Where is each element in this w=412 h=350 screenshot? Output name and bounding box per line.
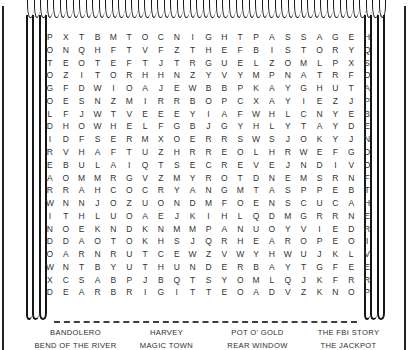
grid-cell[interactable]: B bbox=[105, 273, 121, 286]
grid-cell[interactable]: L bbox=[264, 120, 280, 133]
grid-cell[interactable]: T bbox=[105, 235, 121, 248]
grid-cell[interactable]: E bbox=[248, 235, 264, 248]
grid-cell[interactable]: O bbox=[312, 44, 328, 57]
grid-cell[interactable]: R bbox=[327, 44, 343, 57]
grid-cell[interactable]: T bbox=[137, 248, 153, 261]
grid-cell[interactable]: S bbox=[280, 184, 296, 197]
grid-cell[interactable]: L bbox=[90, 210, 106, 223]
grid-cell[interactable]: R bbox=[327, 171, 343, 184]
grid-cell[interactable]: O bbox=[105, 197, 121, 210]
grid-cell[interactable]: A bbox=[137, 82, 153, 95]
grid-cell[interactable]: O bbox=[42, 69, 58, 82]
grid-cell[interactable]: H bbox=[169, 146, 185, 159]
grid-cell[interactable]: M bbox=[121, 95, 137, 108]
grid-cell[interactable]: R bbox=[153, 184, 169, 197]
grid-cell[interactable]: V bbox=[137, 44, 153, 57]
grid-cell[interactable]: R bbox=[327, 210, 343, 223]
grid-cell[interactable]: A bbox=[312, 31, 328, 44]
grid-cell[interactable]: F bbox=[232, 44, 248, 57]
grid-cell[interactable]: D bbox=[185, 197, 201, 210]
grid-cell[interactable]: E bbox=[327, 222, 343, 235]
grid-cell[interactable]: T bbox=[232, 171, 248, 184]
grid-cell[interactable]: I bbox=[185, 31, 201, 44]
grid-cell[interactable]: A bbox=[105, 159, 121, 172]
grid-cell[interactable]: I bbox=[312, 222, 328, 235]
grid-cell[interactable]: H bbox=[90, 184, 106, 197]
grid-cell[interactable]: H bbox=[201, 44, 217, 57]
grid-cell[interactable]: G bbox=[296, 210, 312, 223]
grid-cell[interactable]: E bbox=[343, 31, 359, 44]
grid-cell[interactable]: U bbox=[121, 248, 137, 261]
grid-cell[interactable]: S bbox=[296, 31, 312, 44]
grid-cell[interactable]: A bbox=[74, 286, 90, 299]
grid-cell[interactable]: T bbox=[312, 69, 328, 82]
grid-cell[interactable]: P bbox=[201, 222, 217, 235]
grid-cell[interactable]: F bbox=[327, 146, 343, 159]
grid-cell[interactable]: R bbox=[42, 184, 58, 197]
grid-cell[interactable]: U bbox=[312, 197, 328, 210]
grid-cell[interactable]: O bbox=[296, 133, 312, 146]
grid-cell[interactable]: T bbox=[153, 159, 169, 172]
grid-cell[interactable]: S bbox=[359, 57, 375, 70]
grid-cell[interactable]: Y bbox=[327, 108, 343, 121]
grid-cell[interactable]: H bbox=[216, 31, 232, 44]
grid-cell[interactable]: A bbox=[216, 108, 232, 121]
grid-cell[interactable]: X bbox=[248, 95, 264, 108]
grid-cell[interactable]: W bbox=[90, 108, 106, 121]
grid-cell[interactable]: Z bbox=[296, 286, 312, 299]
grid-cell[interactable]: N bbox=[201, 184, 217, 197]
grid-cell[interactable]: D bbox=[42, 286, 58, 299]
grid-cell[interactable]: R bbox=[121, 133, 137, 146]
grid-cell[interactable]: W bbox=[248, 133, 264, 146]
grid-cell[interactable]: X bbox=[343, 57, 359, 70]
grid-cell[interactable]: T bbox=[169, 57, 185, 70]
grid-cell[interactable]: R bbox=[216, 159, 232, 172]
grid-cell[interactable]: D bbox=[343, 222, 359, 235]
grid-cell[interactable]: C bbox=[201, 159, 217, 172]
grid-cell[interactable]: H bbox=[248, 120, 264, 133]
grid-cell[interactable]: R bbox=[280, 235, 296, 248]
grid-cell[interactable]: D bbox=[264, 286, 280, 299]
grid-cell[interactable]: R bbox=[201, 133, 217, 146]
grid-cell[interactable]: J bbox=[185, 235, 201, 248]
grid-cell[interactable]: Y bbox=[280, 261, 296, 274]
grid-cell[interactable]: Q bbox=[280, 273, 296, 286]
grid-cell[interactable]: G bbox=[153, 286, 169, 299]
grid-cell[interactable]: D bbox=[74, 82, 90, 95]
grid-cell[interactable]: P bbox=[248, 31, 264, 44]
grid-cell[interactable]: N bbox=[58, 197, 74, 210]
grid-cell[interactable]: Y bbox=[185, 171, 201, 184]
grid-cell[interactable]: G bbox=[216, 184, 232, 197]
grid-cell[interactable]: A bbox=[216, 222, 232, 235]
grid-cell[interactable]: N bbox=[42, 222, 58, 235]
grid-cell[interactable]: F bbox=[343, 69, 359, 82]
grid-cell[interactable]: T bbox=[185, 273, 201, 286]
grid-cell[interactable]: R bbox=[343, 273, 359, 286]
grid-cell[interactable]: G bbox=[343, 146, 359, 159]
grid-cell[interactable]: D bbox=[42, 235, 58, 248]
grid-cell[interactable]: D bbox=[121, 222, 137, 235]
grid-cell[interactable]: T bbox=[201, 286, 217, 299]
grid-cell[interactable]: M bbox=[201, 197, 217, 210]
grid-cell[interactable]: Y bbox=[327, 133, 343, 146]
grid-cell[interactable]: E bbox=[42, 159, 58, 172]
grid-cell[interactable]: U bbox=[105, 210, 121, 223]
grid-cell[interactable]: Z bbox=[105, 95, 121, 108]
grid-cell[interactable]: S bbox=[264, 133, 280, 146]
grid-cell[interactable]: C bbox=[153, 31, 169, 44]
grid-cell[interactable]: A bbox=[264, 261, 280, 274]
grid-cell[interactable]: U bbox=[216, 57, 232, 70]
grid-cell[interactable]: O bbox=[280, 57, 296, 70]
grid-cell[interactable]: V bbox=[343, 159, 359, 172]
grid-cell[interactable]: P bbox=[42, 31, 58, 44]
grid-cell[interactable]: M bbox=[169, 171, 185, 184]
grid-cell[interactable]: O bbox=[58, 222, 74, 235]
grid-cell[interactable]: X bbox=[58, 31, 74, 44]
grid-cell[interactable]: K bbox=[90, 222, 106, 235]
grid-cell[interactable]: N bbox=[343, 210, 359, 223]
grid-cell[interactable]: T bbox=[343, 82, 359, 95]
grid-cell[interactable]: M bbox=[248, 273, 264, 286]
grid-cell[interactable]: R bbox=[201, 146, 217, 159]
grid-cell[interactable]: W bbox=[296, 146, 312, 159]
grid-cell[interactable]: M bbox=[105, 31, 121, 44]
grid-cell[interactable]: Q bbox=[248, 210, 264, 223]
grid-cell[interactable]: O bbox=[121, 184, 137, 197]
grid-cell[interactable]: A bbox=[264, 31, 280, 44]
grid-cell[interactable]: B bbox=[185, 95, 201, 108]
grid-cell[interactable]: B bbox=[90, 261, 106, 274]
grid-cell[interactable]: A bbox=[359, 82, 375, 95]
grid-cell[interactable]: P bbox=[312, 235, 328, 248]
grid-cell[interactable]: S bbox=[232, 133, 248, 146]
grid-cell[interactable]: L bbox=[280, 108, 296, 121]
grid-cell[interactable]: R bbox=[312, 210, 328, 223]
grid-cell[interactable]: E bbox=[121, 120, 137, 133]
grid-cell[interactable]: I bbox=[121, 159, 137, 172]
grid-cell[interactable]: P bbox=[359, 95, 375, 108]
grid-cell[interactable]: A bbox=[312, 120, 328, 133]
grid-cell[interactable]: S bbox=[90, 133, 106, 146]
grid-cell[interactable]: T bbox=[359, 184, 375, 197]
grid-cell[interactable]: Z bbox=[153, 171, 169, 184]
grid-cell[interactable]: M bbox=[280, 210, 296, 223]
grid-cell[interactable]: A bbox=[137, 210, 153, 223]
grid-cell[interactable]: Z bbox=[58, 69, 74, 82]
grid-cell[interactable]: H bbox=[359, 31, 375, 44]
grid-cell[interactable]: E bbox=[137, 108, 153, 121]
grid-cell[interactable]: M bbox=[248, 69, 264, 82]
grid-cell[interactable]: H bbox=[312, 82, 328, 95]
grid-cell[interactable]: J bbox=[153, 82, 169, 95]
grid-cell[interactable]: M bbox=[90, 171, 106, 184]
grid-cell[interactable]: W bbox=[42, 261, 58, 274]
grid-cell[interactable]: U bbox=[248, 222, 264, 235]
grid-cell[interactable]: E bbox=[359, 120, 375, 133]
grid-cell[interactable]: M bbox=[137, 133, 153, 146]
grid-cell[interactable]: E bbox=[264, 159, 280, 172]
grid-cell[interactable]: Z bbox=[121, 197, 137, 210]
grid-cell[interactable]: L bbox=[90, 159, 106, 172]
grid-cell[interactable]: N bbox=[74, 197, 90, 210]
grid-cell[interactable]: H bbox=[105, 120, 121, 133]
grid-cell[interactable]: A bbox=[74, 184, 90, 197]
grid-cell[interactable]: L bbox=[232, 210, 248, 223]
grid-cell[interactable]: Z bbox=[201, 248, 217, 261]
grid-cell[interactable]: A bbox=[343, 197, 359, 210]
grid-cell[interactable]: K bbox=[312, 133, 328, 146]
grid-cell[interactable]: E bbox=[248, 197, 264, 210]
grid-cell[interactable]: G bbox=[216, 120, 232, 133]
grid-cell[interactable]: D bbox=[42, 120, 58, 133]
grid-cell[interactable]: R bbox=[185, 57, 201, 70]
grid-cell[interactable]: Y bbox=[201, 69, 217, 82]
grid-cell[interactable]: T bbox=[232, 31, 248, 44]
grid-cell[interactable]: P bbox=[312, 184, 328, 197]
grid-cell[interactable]: P bbox=[327, 57, 343, 70]
grid-cell[interactable]: Y bbox=[280, 95, 296, 108]
grid-cell[interactable]: E bbox=[216, 286, 232, 299]
grid-cell[interactable]: T bbox=[105, 108, 121, 121]
grid-cell[interactable]: O bbox=[169, 133, 185, 146]
grid-cell[interactable]: O bbox=[121, 210, 137, 223]
grid-cell[interactable]: J bbox=[90, 197, 106, 210]
grid-cell[interactable]: E bbox=[105, 57, 121, 70]
grid-cell[interactable]: E bbox=[216, 261, 232, 274]
grid-cell[interactable]: T bbox=[137, 261, 153, 274]
grid-cell[interactable]: A bbox=[264, 95, 280, 108]
grid-cell[interactable]: K bbox=[185, 210, 201, 223]
grid-cell[interactable]: R bbox=[90, 286, 106, 299]
grid-cell[interactable]: I bbox=[105, 82, 121, 95]
grid-cell[interactable]: T bbox=[296, 120, 312, 133]
grid-cell[interactable]: B bbox=[201, 82, 217, 95]
grid-cell[interactable]: Q bbox=[201, 235, 217, 248]
grid-cell[interactable]: N bbox=[105, 222, 121, 235]
grid-cell[interactable]: N bbox=[343, 171, 359, 184]
grid-cell[interactable]: N bbox=[58, 44, 74, 57]
grid-cell[interactable]: G bbox=[296, 82, 312, 95]
grid-cell[interactable]: U bbox=[121, 261, 137, 274]
grid-cell[interactable]: M bbox=[74, 171, 90, 184]
grid-cell[interactable]: N bbox=[169, 69, 185, 82]
grid-cell[interactable]: B bbox=[248, 44, 264, 57]
grid-cell[interactable]: B bbox=[185, 120, 201, 133]
grid-cell[interactable]: N bbox=[296, 159, 312, 172]
grid-cell[interactable]: W bbox=[248, 108, 264, 121]
grid-cell[interactable]: F bbox=[232, 108, 248, 121]
grid-cell[interactable]: D bbox=[248, 171, 264, 184]
grid-cell[interactable]: L bbox=[137, 120, 153, 133]
grid-cell[interactable]: G bbox=[201, 31, 217, 44]
grid-cell[interactable]: V bbox=[359, 248, 375, 261]
grid-cell[interactable]: R bbox=[359, 273, 375, 286]
grid-cell[interactable]: E bbox=[312, 146, 328, 159]
grid-cell[interactable]: W bbox=[42, 197, 58, 210]
grid-cell[interactable]: E bbox=[359, 210, 375, 223]
grid-cell[interactable]: J bbox=[343, 95, 359, 108]
grid-cell[interactable]: I bbox=[74, 69, 90, 82]
grid-cell[interactable]: I bbox=[359, 235, 375, 248]
grid-cell[interactable]: U bbox=[137, 146, 153, 159]
grid-cell[interactable]: J bbox=[280, 133, 296, 146]
grid-cell[interactable]: I bbox=[42, 210, 58, 223]
grid-cell[interactable]: P bbox=[264, 69, 280, 82]
grid-cell[interactable]: E bbox=[169, 248, 185, 261]
grid-cell[interactable]: N bbox=[153, 222, 169, 235]
grid-cell[interactable]: K bbox=[137, 235, 153, 248]
grid-cell[interactable]: Y bbox=[327, 120, 343, 133]
grid-cell[interactable]: F bbox=[58, 108, 74, 121]
grid-cell[interactable]: O bbox=[121, 235, 137, 248]
grid-cell[interactable]: Z bbox=[327, 95, 343, 108]
grid-cell[interactable]: J bbox=[201, 120, 217, 133]
grid-cell[interactable]: E bbox=[312, 95, 328, 108]
grid-cell[interactable]: F bbox=[58, 82, 74, 95]
grid-cell[interactable]: L bbox=[248, 57, 264, 70]
grid-cell[interactable]: X bbox=[153, 133, 169, 146]
grid-cell[interactable]: U bbox=[169, 261, 185, 274]
grid-cell[interactable]: B bbox=[90, 31, 106, 44]
grid-cell[interactable]: Y bbox=[169, 184, 185, 197]
grid-cell[interactable]: E bbox=[185, 159, 201, 172]
grid-cell[interactable]: S bbox=[74, 273, 90, 286]
grid-cell[interactable]: P bbox=[296, 184, 312, 197]
grid-cell[interactable]: N bbox=[169, 31, 185, 44]
grid-cell[interactable]: I bbox=[169, 286, 185, 299]
grid-cell[interactable]: E bbox=[232, 57, 248, 70]
grid-cell[interactable]: O bbox=[137, 31, 153, 44]
grid-cell[interactable]: T bbox=[74, 31, 90, 44]
grid-cell[interactable]: Q bbox=[359, 44, 375, 57]
grid-cell[interactable]: I bbox=[137, 286, 153, 299]
grid-cell[interactable]: Q bbox=[137, 159, 153, 172]
grid-cell[interactable]: X bbox=[42, 273, 58, 286]
grid-cell[interactable]: M bbox=[296, 171, 312, 184]
grid-cell[interactable]: N bbox=[185, 261, 201, 274]
grid-cell[interactable]: O bbox=[58, 171, 74, 184]
grid-cell[interactable]: O bbox=[90, 235, 106, 248]
grid-cell[interactable]: J bbox=[296, 273, 312, 286]
grid-cell[interactable]: H bbox=[264, 108, 280, 121]
grid-cell[interactable]: E bbox=[327, 184, 343, 197]
grid-cell[interactable]: N bbox=[169, 197, 185, 210]
grid-cell[interactable]: S bbox=[169, 235, 185, 248]
grid-cell[interactable]: R bbox=[169, 95, 185, 108]
grid-cell[interactable]: P bbox=[216, 95, 232, 108]
grid-cell[interactable]: E bbox=[58, 286, 74, 299]
grid-cell[interactable]: A bbox=[90, 273, 106, 286]
grid-cell[interactable]: T bbox=[58, 210, 74, 223]
grid-cell[interactable]: F bbox=[121, 57, 137, 70]
grid-cell[interactable]: E bbox=[359, 261, 375, 274]
grid-cell[interactable]: T bbox=[296, 44, 312, 57]
grid-cell[interactable]: T bbox=[74, 261, 90, 274]
grid-cell[interactable]: I bbox=[137, 95, 153, 108]
grid-cell[interactable]: C bbox=[327, 197, 343, 210]
grid-cell[interactable]: T bbox=[42, 57, 58, 70]
grid-cell[interactable]: L bbox=[312, 57, 328, 70]
grid-cell[interactable]: U bbox=[296, 248, 312, 261]
grid-cell[interactable]: I bbox=[42, 133, 58, 146]
grid-cell[interactable]: N bbox=[359, 133, 375, 146]
grid-cell[interactable]: R bbox=[121, 286, 137, 299]
grid-cell[interactable]: T bbox=[137, 57, 153, 70]
grid-cell[interactable]: R bbox=[121, 69, 137, 82]
grid-cell[interactable]: H bbox=[264, 146, 280, 159]
grid-cell[interactable]: M bbox=[169, 222, 185, 235]
grid-cell[interactable]: F bbox=[105, 146, 121, 159]
grid-cell[interactable]: A bbox=[58, 248, 74, 261]
grid-cell[interactable]: A bbox=[74, 235, 90, 248]
grid-cell[interactable]: C bbox=[105, 184, 121, 197]
grid-cell[interactable]: T bbox=[296, 261, 312, 274]
grid-cell[interactable]: C bbox=[296, 108, 312, 121]
grid-cell[interactable]: P bbox=[121, 273, 137, 286]
grid-cell[interactable]: H bbox=[137, 69, 153, 82]
grid-cell[interactable]: D bbox=[264, 210, 280, 223]
grid-cell[interactable]: V bbox=[58, 146, 74, 159]
grid-cell[interactable]: V bbox=[137, 171, 153, 184]
grid-cell[interactable]: R bbox=[153, 95, 169, 108]
grid-cell[interactable]: Y bbox=[216, 273, 232, 286]
grid-cell[interactable]: B bbox=[58, 159, 74, 172]
grid-cell[interactable]: D bbox=[312, 159, 328, 172]
grid-cell[interactable]: Q bbox=[169, 273, 185, 286]
grid-cell[interactable]: H bbox=[74, 210, 90, 223]
grid-cell[interactable]: D bbox=[343, 120, 359, 133]
grid-cell[interactable]: F bbox=[153, 120, 169, 133]
grid-cell[interactable]: B bbox=[248, 261, 264, 274]
grid-cell[interactable]: N bbox=[58, 261, 74, 274]
grid-cell[interactable]: N bbox=[232, 222, 248, 235]
grid-cell[interactable]: E bbox=[343, 108, 359, 121]
grid-cell[interactable]: W bbox=[185, 82, 201, 95]
grid-cell[interactable]: R bbox=[201, 171, 217, 184]
grid-cell[interactable]: O bbox=[343, 235, 359, 248]
grid-cell[interactable]: Y bbox=[280, 120, 296, 133]
grid-cell[interactable]: D bbox=[58, 235, 74, 248]
grid-cell[interactable]: O bbox=[296, 235, 312, 248]
grid-cell[interactable]: J bbox=[312, 248, 328, 261]
grid-cell[interactable]: O bbox=[343, 286, 359, 299]
grid-cell[interactable]: V bbox=[216, 248, 232, 261]
grid-cell[interactable]: H bbox=[153, 235, 169, 248]
grid-cell[interactable]: H bbox=[74, 146, 90, 159]
grid-cell[interactable]: N bbox=[280, 69, 296, 82]
grid-cell[interactable]: J bbox=[343, 133, 359, 146]
grid-cell[interactable]: P bbox=[232, 82, 248, 95]
grid-cell[interactable]: H bbox=[216, 210, 232, 223]
grid-cell[interactable]: E bbox=[153, 108, 169, 121]
grid-cell[interactable]: Y bbox=[105, 261, 121, 274]
grid-cell[interactable]: S bbox=[169, 159, 185, 172]
grid-cell[interactable]: T bbox=[185, 44, 201, 57]
grid-cell[interactable]: K bbox=[312, 273, 328, 286]
grid-cell[interactable]: F bbox=[359, 171, 375, 184]
grid-cell[interactable]: N bbox=[264, 197, 280, 210]
grid-cell[interactable]: E bbox=[232, 159, 248, 172]
grid-cell[interactable]: I bbox=[296, 95, 312, 108]
grid-cell[interactable]: D bbox=[359, 146, 375, 159]
grid-cell[interactable]: Z bbox=[169, 44, 185, 57]
grid-cell[interactable]: B bbox=[343, 184, 359, 197]
grid-cell[interactable]: V bbox=[216, 69, 232, 82]
grid-cell[interactable]: L bbox=[343, 248, 359, 261]
